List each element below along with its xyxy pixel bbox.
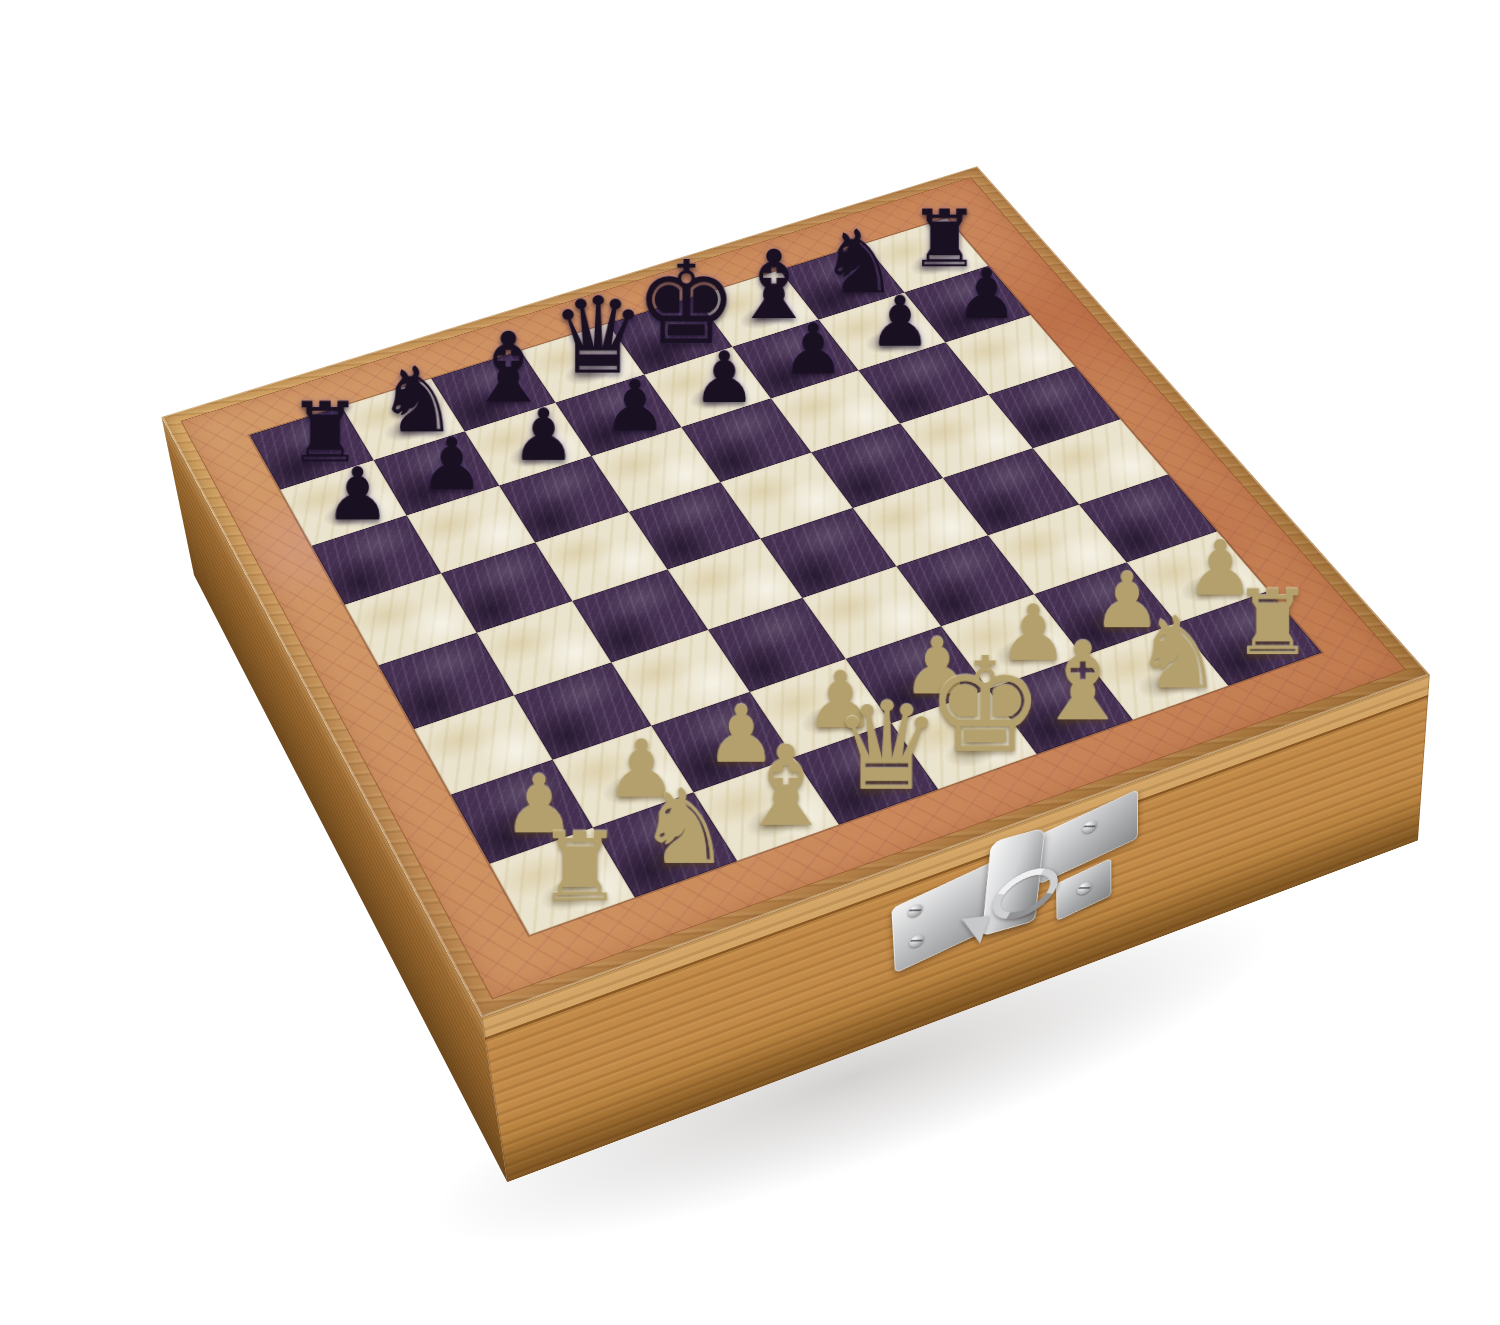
scene: ♜♞♝♛♚♝♞♜♟♟♟♟♟♟♟♟♟♟♟♟♟♟♟♟♜♞♝♛♚♝♞♜ — [0, 0, 1500, 1325]
white-rook-glyph: ♜ — [468, 822, 694, 913]
photo-tilt-wrapper: ♜♞♝♛♚♝♞♜♟♟♟♟♟♟♟♟♟♟♟♟♟♟♟♟♜♞♝♛♚♝♞♜ — [0, 0, 1500, 1325]
chess-box: ♜♞♝♛♚♝♞♜♟♟♟♟♟♟♟♟♟♟♟♟♟♟♟♟♜♞♝♛♚♝♞♜ — [162, 166, 1430, 1017]
